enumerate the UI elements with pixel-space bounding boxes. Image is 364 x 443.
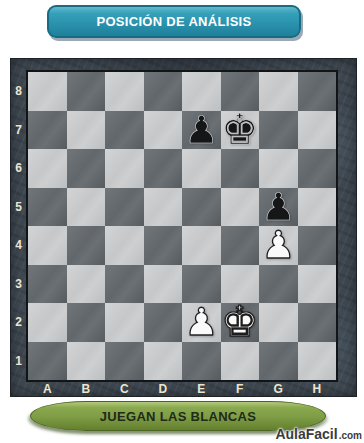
square-b7[interactable] <box>67 111 106 150</box>
square-f1[interactable] <box>221 342 260 381</box>
square-c7[interactable] <box>105 111 144 150</box>
square-h5[interactable] <box>298 188 337 227</box>
square-e2[interactable]: ♟ <box>182 303 221 342</box>
white-pawn-e2[interactable]: ♟ <box>184 303 218 341</box>
square-d1[interactable] <box>144 342 183 381</box>
square-e4[interactable] <box>182 226 221 265</box>
square-b6[interactable] <box>67 149 106 188</box>
rank-label-5: 5 <box>11 188 26 227</box>
square-a6[interactable] <box>28 149 67 188</box>
page: POSICIÓN DE ANÁLISIS 87654321 ♟♚♟♟♟♚ ABC… <box>0 0 364 443</box>
square-g5[interactable]: ♟ <box>259 188 298 227</box>
square-b1[interactable] <box>67 342 106 381</box>
square-b4[interactable] <box>67 226 106 265</box>
square-c2[interactable] <box>105 303 144 342</box>
square-a5[interactable] <box>28 188 67 227</box>
square-c4[interactable] <box>105 226 144 265</box>
square-d8[interactable] <box>144 72 183 111</box>
square-a3[interactable] <box>28 265 67 304</box>
square-f2[interactable]: ♚ <box>221 303 260 342</box>
file-label-D: D <box>144 381 183 397</box>
file-label-C: C <box>105 381 144 397</box>
file-label-E: E <box>182 381 221 397</box>
square-g6[interactable] <box>259 149 298 188</box>
square-d2[interactable] <box>144 303 183 342</box>
square-c8[interactable] <box>105 72 144 111</box>
square-h2[interactable] <box>298 303 337 342</box>
square-d5[interactable] <box>144 188 183 227</box>
analysis-banner: POSICIÓN DE ANÁLISIS <box>47 5 301 38</box>
square-g3[interactable] <box>259 265 298 304</box>
chess-board-frame: 87654321 ♟♚♟♟♟♚ ABCDEFGH <box>10 58 357 397</box>
square-g8[interactable] <box>259 72 298 111</box>
black-king-f7[interactable]: ♚ <box>221 111 259 149</box>
aulafacil-watermark: AulaFacil .com <box>275 426 362 442</box>
square-e8[interactable] <box>182 72 221 111</box>
square-g1[interactable] <box>259 342 298 381</box>
file-label-A: A <box>28 381 67 397</box>
square-c3[interactable] <box>105 265 144 304</box>
square-h4[interactable] <box>298 226 337 265</box>
black-pawn-e7[interactable]: ♟ <box>184 111 218 149</box>
square-e7[interactable]: ♟ <box>182 111 221 150</box>
square-e6[interactable] <box>182 149 221 188</box>
square-h3[interactable] <box>298 265 337 304</box>
rank-label-6: 6 <box>11 149 26 188</box>
white-king-f2[interactable]: ♚ <box>221 303 259 341</box>
file-label-F: F <box>221 381 260 397</box>
turn-banner-label: JUEGAN LAS BLANCAS <box>100 409 256 424</box>
square-h6[interactable] <box>298 149 337 188</box>
file-label-G: G <box>259 381 298 397</box>
square-h8[interactable] <box>298 72 337 111</box>
square-b8[interactable] <box>67 72 106 111</box>
rank-label-3: 3 <box>11 265 26 304</box>
white-pawn-g4[interactable]: ♟ <box>261 226 295 264</box>
file-label-H: H <box>298 381 337 397</box>
square-a4[interactable] <box>28 226 67 265</box>
square-b2[interactable] <box>67 303 106 342</box>
rank-label-2: 2 <box>11 303 26 342</box>
square-c6[interactable] <box>105 149 144 188</box>
square-f5[interactable] <box>221 188 260 227</box>
rank-label-4: 4 <box>11 226 26 265</box>
rank-label-7: 7 <box>11 111 26 150</box>
square-g2[interactable] <box>259 303 298 342</box>
square-b3[interactable] <box>67 265 106 304</box>
square-e5[interactable] <box>182 188 221 227</box>
square-f6[interactable] <box>221 149 260 188</box>
square-g7[interactable] <box>259 111 298 150</box>
analysis-banner-label: POSICIÓN DE ANÁLISIS <box>96 14 251 29</box>
square-a8[interactable] <box>28 72 67 111</box>
square-a1[interactable] <box>28 342 67 381</box>
chess-board[interactable]: ♟♚♟♟♟♚ <box>26 70 338 382</box>
square-a7[interactable] <box>28 111 67 150</box>
square-h1[interactable] <box>298 342 337 381</box>
square-d6[interactable] <box>144 149 183 188</box>
square-d3[interactable] <box>144 265 183 304</box>
watermark-name: AulaFacil <box>275 426 337 442</box>
square-a2[interactable] <box>28 303 67 342</box>
watermark-suffix: .com <box>339 430 362 441</box>
square-e1[interactable] <box>182 342 221 381</box>
rank-label-8: 8 <box>11 72 26 111</box>
square-c1[interactable] <box>105 342 144 381</box>
square-d7[interactable] <box>144 111 183 150</box>
square-c5[interactable] <box>105 188 144 227</box>
square-d4[interactable] <box>144 226 183 265</box>
square-f4[interactable] <box>221 226 260 265</box>
square-g4[interactable]: ♟ <box>259 226 298 265</box>
rank-labels: 87654321 <box>11 72 26 380</box>
rank-label-1: 1 <box>11 342 26 381</box>
square-b5[interactable] <box>67 188 106 227</box>
black-pawn-g5[interactable]: ♟ <box>261 188 295 226</box>
file-labels: ABCDEFGH <box>28 381 336 397</box>
square-h7[interactable] <box>298 111 337 150</box>
file-label-B: B <box>67 381 106 397</box>
square-f7[interactable]: ♚ <box>221 111 260 150</box>
square-e3[interactable] <box>182 265 221 304</box>
